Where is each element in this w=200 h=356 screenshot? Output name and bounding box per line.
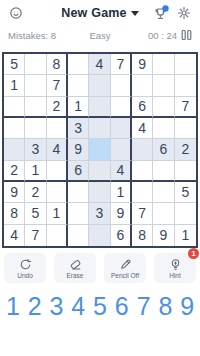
toolbar: Undo Erase Pencil Off Hint 1 bbox=[0, 253, 200, 283]
cell-r7c4[interactable] bbox=[68, 182, 89, 203]
cell-r6c1[interactable]: 2 bbox=[4, 161, 25, 182]
cell-r1c4[interactable] bbox=[68, 54, 89, 75]
lightbulb-icon bbox=[169, 258, 182, 271]
top-bar-left bbox=[9, 6, 51, 20]
cell-r1c3[interactable]: 8 bbox=[47, 54, 68, 75]
cell-r2c4[interactable] bbox=[68, 75, 89, 96]
cell-r2c3[interactable]: 7 bbox=[47, 75, 68, 96]
erase-button[interactable]: Erase bbox=[54, 253, 96, 283]
timer: 00 : 24 bbox=[148, 30, 177, 41]
cell-r6c8[interactable] bbox=[153, 161, 174, 182]
undo-button[interactable]: Undo bbox=[4, 253, 46, 283]
cell-r3c3[interactable]: 2 bbox=[47, 97, 68, 118]
numpad-7[interactable]: 7 bbox=[133, 291, 155, 322]
sudoku-grid: 58479172167343496221649215851397476891 bbox=[2, 52, 198, 248]
cell-r3c4[interactable]: 1 bbox=[68, 97, 89, 118]
numpad: 123456789 bbox=[0, 291, 200, 322]
cell-r1c8[interactable] bbox=[153, 54, 174, 75]
page-title: New Game bbox=[61, 6, 127, 20]
cell-r6c5[interactable] bbox=[89, 161, 110, 182]
cell-r3c6[interactable] bbox=[111, 97, 132, 118]
cell-r2c6[interactable] bbox=[111, 75, 132, 96]
cell-r8c6[interactable]: 9 bbox=[111, 203, 132, 224]
numpad-6[interactable]: 6 bbox=[111, 291, 133, 322]
cell-r9c7[interactable]: 8 bbox=[132, 225, 153, 246]
cell-r3c7[interactable]: 6 bbox=[132, 97, 153, 118]
cell-r4c6[interactable] bbox=[111, 118, 132, 139]
cell-r6c3[interactable] bbox=[47, 161, 68, 182]
cell-r1c1[interactable]: 5 bbox=[4, 54, 25, 75]
pencil-button[interactable]: Pencil Off bbox=[104, 253, 146, 283]
cell-r2c9[interactable] bbox=[175, 75, 196, 96]
cell-r5c9[interactable]: 2 bbox=[175, 139, 196, 160]
cell-r8c2[interactable]: 5 bbox=[25, 203, 46, 224]
cell-r3c1[interactable] bbox=[4, 97, 25, 118]
numpad-9[interactable]: 9 bbox=[176, 291, 198, 322]
top-bar: New Game bbox=[0, 3, 200, 23]
cell-r9c1[interactable]: 4 bbox=[4, 225, 25, 246]
cell-r1c5[interactable]: 4 bbox=[89, 54, 110, 75]
cell-r7c5[interactable] bbox=[89, 182, 110, 203]
cell-r7c8[interactable] bbox=[153, 182, 174, 203]
cell-r5c8[interactable]: 6 bbox=[153, 139, 174, 160]
numpad-1[interactable]: 1 bbox=[2, 291, 24, 322]
undo-label: Undo bbox=[17, 272, 33, 279]
cell-r2c8[interactable] bbox=[153, 75, 174, 96]
numpad-5[interactable]: 5 bbox=[89, 291, 111, 322]
cell-r2c5[interactable] bbox=[89, 75, 110, 96]
cell-r4c4[interactable]: 3 bbox=[68, 118, 89, 139]
cell-r9c4[interactable] bbox=[68, 225, 89, 246]
eraser-icon bbox=[69, 258, 82, 271]
cell-r9c5[interactable] bbox=[89, 225, 110, 246]
cell-r5c4[interactable]: 9 bbox=[68, 139, 89, 160]
cell-r6c6[interactable]: 4 bbox=[111, 161, 132, 182]
cell-r3c8[interactable] bbox=[153, 97, 174, 118]
trophy-button[interactable] bbox=[153, 6, 168, 21]
top-bar-right bbox=[149, 6, 191, 21]
cell-r5c3[interactable]: 4 bbox=[47, 139, 68, 160]
cell-r9c3[interactable] bbox=[47, 225, 68, 246]
sudoku-app: New Game Mistakes: 8 Easy bbox=[0, 0, 200, 356]
cell-r5c1[interactable] bbox=[4, 139, 25, 160]
cell-r4c5[interactable] bbox=[89, 118, 110, 139]
cell-r4c7[interactable]: 4 bbox=[132, 118, 153, 139]
cell-r5c7[interactable] bbox=[132, 139, 153, 160]
gear-icon[interactable] bbox=[177, 6, 191, 20]
hint-label: Hint bbox=[169, 272, 181, 279]
pencil-label: Pencil Off bbox=[111, 272, 139, 279]
cell-r6c7[interactable] bbox=[132, 161, 153, 182]
cell-r9c2[interactable]: 7 bbox=[25, 225, 46, 246]
cell-r9c9[interactable]: 1 bbox=[175, 225, 196, 246]
cell-r7c7[interactable] bbox=[132, 182, 153, 203]
hint-button[interactable]: Hint 1 bbox=[154, 253, 196, 283]
cell-r7c6[interactable]: 1 bbox=[111, 182, 132, 203]
cell-r7c2[interactable]: 2 bbox=[25, 182, 46, 203]
cell-r8c9[interactable] bbox=[175, 203, 196, 224]
cell-r1c9[interactable] bbox=[175, 54, 196, 75]
cell-r8c1[interactable]: 8 bbox=[4, 203, 25, 224]
cell-r6c4[interactable]: 6 bbox=[68, 161, 89, 182]
cell-r4c8[interactable] bbox=[153, 118, 174, 139]
cell-r1c2[interactable] bbox=[25, 54, 46, 75]
erase-label: Erase bbox=[67, 272, 84, 279]
notification-dot bbox=[162, 5, 169, 12]
cell-r3c2[interactable] bbox=[25, 97, 46, 118]
cell-r7c9[interactable]: 5 bbox=[175, 182, 196, 203]
cell-r6c9[interactable] bbox=[175, 161, 196, 182]
cell-r8c5[interactable]: 3 bbox=[89, 203, 110, 224]
status-bar: Mistakes: 8 Easy 00 : 24 bbox=[0, 27, 200, 43]
cell-r2c7[interactable] bbox=[132, 75, 153, 96]
cell-r8c4[interactable] bbox=[68, 203, 89, 224]
cell-r7c1[interactable]: 9 bbox=[4, 182, 25, 203]
undo-icon bbox=[19, 258, 32, 271]
pause-icon[interactable] bbox=[181, 29, 192, 41]
cell-r5c2[interactable]: 3 bbox=[25, 139, 46, 160]
smiley-icon[interactable] bbox=[9, 6, 23, 20]
difficulty-label: Easy bbox=[69, 30, 130, 41]
cell-r1c7[interactable]: 9 bbox=[132, 54, 153, 75]
cell-r4c9[interactable] bbox=[175, 118, 196, 139]
cell-r9c6[interactable]: 6 bbox=[111, 225, 132, 246]
chevron-down-icon bbox=[131, 11, 139, 16]
numpad-8[interactable]: 8 bbox=[154, 291, 176, 322]
cell-r7c3[interactable] bbox=[47, 182, 68, 203]
hint-badge: 1 bbox=[188, 248, 199, 259]
cell-r3c5[interactable] bbox=[89, 97, 110, 118]
cell-r8c8[interactable] bbox=[153, 203, 174, 224]
cell-r5c6[interactable] bbox=[111, 139, 132, 160]
cell-r3c9[interactable]: 7 bbox=[175, 97, 196, 118]
cell-r5c5[interactable] bbox=[89, 139, 110, 160]
pencil-icon bbox=[119, 258, 132, 271]
cell-r6c2[interactable]: 1 bbox=[25, 161, 46, 182]
numpad-2[interactable]: 2 bbox=[24, 291, 46, 322]
cell-r4c1[interactable] bbox=[4, 118, 25, 139]
cell-r4c2[interactable] bbox=[25, 118, 46, 139]
numpad-3[interactable]: 3 bbox=[46, 291, 68, 322]
numpad-4[interactable]: 4 bbox=[67, 291, 89, 322]
cell-r2c1[interactable]: 1 bbox=[4, 75, 25, 96]
cell-r8c3[interactable]: 1 bbox=[47, 203, 68, 224]
cell-r9c8[interactable]: 9 bbox=[153, 225, 174, 246]
cell-r1c6[interactable]: 7 bbox=[111, 54, 132, 75]
cell-r4c3[interactable] bbox=[47, 118, 68, 139]
new-game-dropdown[interactable]: New Game bbox=[51, 6, 149, 20]
cell-r2c2[interactable] bbox=[25, 75, 46, 96]
mistakes-counter: Mistakes: 8 bbox=[8, 30, 69, 41]
cell-r8c7[interactable]: 7 bbox=[132, 203, 153, 224]
